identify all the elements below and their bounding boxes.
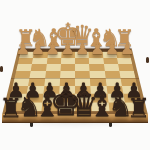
square	[28, 78, 44, 86]
square	[45, 71, 61, 78]
square	[25, 94, 42, 103]
hinge-left-icon	[30, 123, 33, 127]
white-bishop: ♝	[43, 26, 65, 50]
white-king: ♚	[54, 19, 82, 50]
square	[58, 102, 75, 111]
square	[24, 102, 42, 111]
white-queen: ♛	[70, 22, 95, 50]
board-grid	[7, 52, 143, 112]
board-fold-seam	[11, 78, 139, 79]
white-rook: ♜	[15, 27, 35, 50]
square	[59, 78, 75, 86]
square	[42, 94, 59, 103]
square	[89, 64, 104, 71]
square	[16, 64, 32, 71]
white-rook: ♜	[114, 27, 134, 50]
square	[75, 102, 92, 111]
side-hinge-right-icon	[146, 57, 149, 63]
square	[9, 94, 27, 103]
square	[13, 78, 30, 86]
square	[91, 94, 108, 103]
square	[60, 71, 75, 78]
square	[11, 86, 28, 94]
hinge-right-icon	[109, 123, 112, 127]
square	[108, 102, 126, 111]
square	[104, 64, 119, 71]
square	[106, 86, 123, 94]
chess-set-photo: ♜♞♝♚♛♝♞♜♟♟♟♟♟♟♟♟♟♟♟♟♟♟♟♟♜♞♝♚♛♝♞♜	[0, 0, 150, 150]
square	[75, 64, 90, 71]
square	[91, 86, 107, 94]
square	[58, 94, 75, 103]
side-hinge-left-icon	[0, 66, 3, 72]
square	[27, 86, 44, 94]
white-bishop: ♝	[85, 26, 107, 50]
square	[120, 78, 137, 86]
board-front-edge	[2, 114, 148, 123]
square	[46, 64, 61, 71]
square	[122, 86, 139, 94]
square	[125, 102, 144, 111]
square	[123, 94, 141, 103]
square	[43, 86, 59, 94]
square	[15, 71, 31, 78]
square	[75, 94, 92, 103]
square	[119, 71, 135, 78]
square	[107, 94, 124, 103]
square	[31, 64, 46, 71]
square	[41, 102, 59, 111]
square	[104, 71, 120, 78]
square	[60, 64, 75, 71]
square	[75, 86, 91, 94]
square	[75, 71, 90, 78]
square	[30, 71, 46, 78]
white-knight: ♞	[100, 26, 122, 50]
square	[92, 102, 110, 111]
square	[90, 78, 106, 86]
square	[59, 86, 75, 94]
square	[90, 71, 106, 78]
square	[105, 78, 121, 86]
square	[118, 64, 134, 71]
white-knight: ♞	[29, 26, 51, 50]
square	[44, 78, 60, 86]
chess-board	[2, 48, 148, 115]
square	[7, 102, 26, 111]
square	[75, 78, 91, 86]
